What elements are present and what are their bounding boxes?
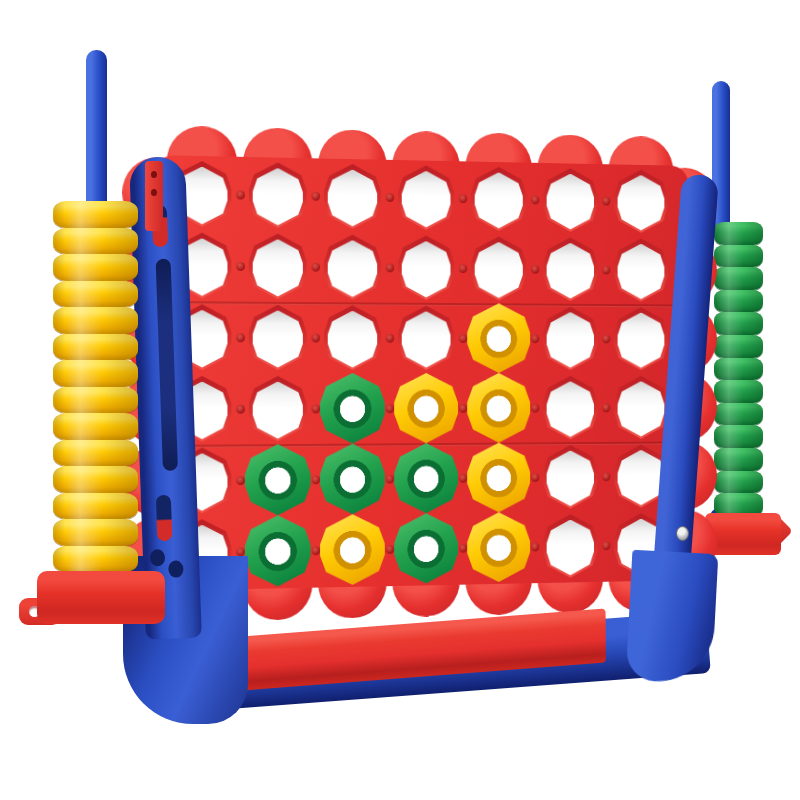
- green-reserve-disc[interactable]: [714, 290, 763, 313]
- yellow-reserve-disc[interactable]: [53, 201, 138, 228]
- left-stack-base: [37, 571, 165, 624]
- board-cell-r4-c4[interactable]: [389, 373, 462, 443]
- yellow-reserve-disc[interactable]: [53, 281, 138, 308]
- green-reserve-disc[interactable]: [714, 312, 763, 335]
- green-disc[interactable]: [320, 373, 385, 444]
- green-reserve-stack: [714, 222, 763, 516]
- yellow-reserve-stack: [53, 201, 138, 572]
- yellow-reserve-disc[interactable]: [53, 466, 138, 493]
- board-cell-r1-c7[interactable]: [606, 166, 676, 236]
- green-reserve-disc[interactable]: [714, 425, 763, 448]
- board-cell-r2-c7[interactable]: [606, 235, 676, 304]
- board-cell-r4-c3[interactable]: [315, 373, 389, 444]
- board-cell-r1-c6[interactable]: [535, 165, 606, 235]
- green-reserve-disc[interactable]: [714, 380, 763, 403]
- board-cell-r6-c2[interactable]: [240, 515, 315, 587]
- board-cell-r1-c5[interactable]: [463, 163, 535, 234]
- board-cell-r6-c4[interactable]: [389, 513, 462, 584]
- board-cell-r3-c5[interactable]: [463, 303, 535, 373]
- board-cell-r1-c3[interactable]: [315, 160, 389, 232]
- yellow-reserve-disc[interactable]: [53, 334, 138, 361]
- yellow-reserve-disc[interactable]: [53, 493, 138, 520]
- screw: [676, 526, 689, 541]
- board-cell-r1-c2[interactable]: [240, 159, 315, 231]
- yellow-reserve-disc[interactable]: [53, 387, 138, 414]
- green-reserve-disc[interactable]: [714, 403, 763, 426]
- board-cell-r6-c5[interactable]: [463, 512, 535, 583]
- board-cell-r5-c4[interactable]: [389, 443, 462, 514]
- green-reserve-disc[interactable]: [714, 222, 763, 245]
- cap-hole: [151, 171, 157, 178]
- green-disc[interactable]: [245, 515, 311, 587]
- board-cell-r5-c5[interactable]: [463, 442, 535, 512]
- board-cell-r2-c3[interactable]: [315, 231, 389, 302]
- board-cell-r3-c7[interactable]: [606, 304, 676, 373]
- board-cell-r3-c4[interactable]: [389, 303, 462, 373]
- yellow-disc[interactable]: [467, 373, 530, 443]
- board-cell-r2-c4[interactable]: [389, 232, 462, 303]
- board-cell-r4-c5[interactable]: [463, 373, 535, 443]
- board-cell-r4-c6[interactable]: [535, 373, 606, 442]
- green-reserve-disc[interactable]: [714, 245, 763, 268]
- green-reserve-disc[interactable]: [714, 267, 763, 290]
- yellow-reserve-disc[interactable]: [53, 546, 138, 573]
- board-cell-r3-c3[interactable]: [315, 302, 389, 373]
- board-cell-r2-c2[interactable]: [240, 230, 315, 302]
- board-cell-r2-c5[interactable]: [463, 233, 535, 303]
- game-board: [150, 141, 692, 605]
- yellow-disc[interactable]: [467, 442, 530, 512]
- yellow-disc[interactable]: [320, 514, 385, 586]
- green-disc[interactable]: [394, 513, 458, 584]
- board-cell-r1-c4[interactable]: [389, 162, 462, 233]
- yellow-disc[interactable]: [467, 303, 530, 373]
- yellow-reserve-disc[interactable]: [53, 228, 138, 255]
- yellow-reserve-disc[interactable]: [53, 413, 138, 440]
- yellow-reserve-disc[interactable]: [53, 440, 138, 467]
- board-edge-cap: [145, 161, 163, 231]
- yellow-disc[interactable]: [467, 512, 530, 583]
- green-disc[interactable]: [245, 444, 311, 516]
- board-cell-r5-c2[interactable]: [240, 444, 315, 516]
- board-cell-r6-c6[interactable]: [535, 511, 606, 581]
- board-cell-r4-c2[interactable]: [240, 373, 315, 444]
- leg-hole: [168, 560, 184, 578]
- green-reserve-disc[interactable]: [714, 448, 763, 471]
- yellow-reserve-disc[interactable]: [53, 360, 138, 387]
- leg-slot: [156, 495, 173, 541]
- green-disc[interactable]: [394, 443, 458, 514]
- giant-connect-four-set: [0, 0, 800, 800]
- green-reserve-disc[interactable]: [714, 335, 763, 358]
- leg-slot: [156, 259, 178, 471]
- board-cell-r5-c6[interactable]: [535, 442, 606, 512]
- leg-hole: [150, 549, 166, 567]
- board-cell-r2-c6[interactable]: [535, 234, 606, 304]
- green-disc[interactable]: [320, 443, 385, 514]
- board-cell-r5-c3[interactable]: [315, 443, 389, 514]
- board-cell-r6-c3[interactable]: [315, 514, 389, 586]
- cap-hole: [151, 189, 157, 196]
- yellow-reserve-disc[interactable]: [53, 519, 138, 546]
- green-reserve-disc[interactable]: [714, 471, 763, 494]
- board-cell-r3-c2[interactable]: [240, 302, 315, 373]
- yellow-reserve-disc[interactable]: [53, 254, 138, 281]
- green-reserve-disc[interactable]: [714, 358, 763, 381]
- yellow-reserve-disc[interactable]: [53, 307, 138, 334]
- board-cell-r3-c6[interactable]: [535, 304, 606, 373]
- yellow-disc[interactable]: [394, 373, 458, 443]
- board-grid: [164, 157, 676, 588]
